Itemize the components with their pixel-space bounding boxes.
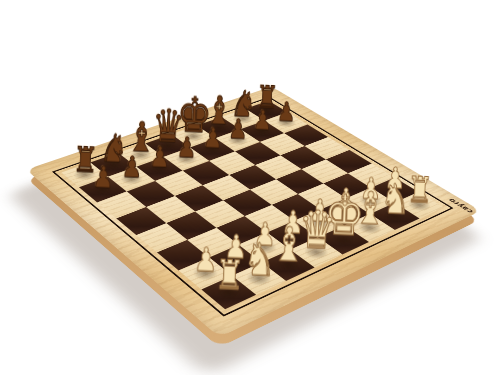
piece-glyph: ♜ (201, 254, 258, 297)
chess-board: cayro ♜♟♟♜♞♟♟♞♝♟♟♝♚♟♟♚♛♟♟♛♝♟♟♝♞♟♟♞♜♟♟♜ (26, 86, 481, 337)
product-photo-background: cayro ♜♟♟♜♞♟♟♞♝♟♟♝♚♟♟♚♛♟♟♛♝♟♟♝♞♟♟♞♜♟♟♜ (0, 0, 500, 375)
piece-glyph: ♟ (78, 162, 128, 193)
